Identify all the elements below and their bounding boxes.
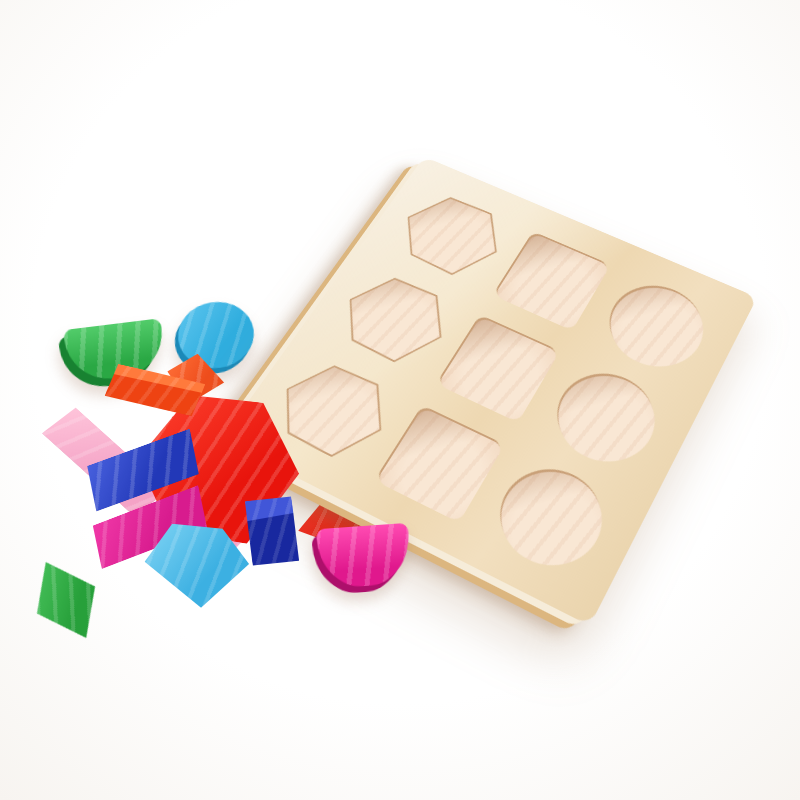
piece-green-rhombus[interactable] <box>18 547 115 653</box>
socket-recess-circle <box>542 362 670 478</box>
piece-blue-cube[interactable] <box>241 493 302 569</box>
socket-circle-r2c3[interactable] <box>541 359 669 474</box>
socket-circle-r1c3[interactable] <box>595 272 717 378</box>
socket-square-r3c2[interactable] <box>375 405 503 520</box>
socket-circle-r3c3[interactable] <box>483 454 618 580</box>
piece-magenta-semicircle[interactable] <box>316 523 412 589</box>
socket-recess-hexagon <box>390 188 513 283</box>
socket-recess-square <box>437 317 559 423</box>
socket-recess-circle <box>484 457 619 583</box>
product-photo-scene <box>0 0 800 800</box>
socket-square-r1c2[interactable] <box>493 231 609 328</box>
socket-square-r2c2[interactable] <box>437 315 559 420</box>
socket-recess-square <box>376 408 504 523</box>
socket-recess-hexagon <box>330 268 459 371</box>
socket-recess-square <box>494 233 610 330</box>
